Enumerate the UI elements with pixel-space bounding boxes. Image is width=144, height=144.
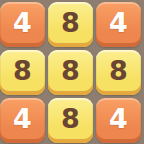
tile-r2c1[interactable]: 8 [48,98,93,143]
tile-value: 8 [61,105,80,132]
game-board[interactable]: 4 8 4 8 8 8 4 8 4 [0,0,144,144]
tile-value: 8 [13,57,32,84]
tile-r2c2[interactable]: 4 [96,98,141,143]
tile-value: 8 [109,57,128,84]
tile-value: 4 [109,105,128,132]
tile-value: 4 [13,105,32,132]
tile-r2c0[interactable]: 4 [0,98,45,143]
tile-value: 4 [109,9,128,36]
tile-value: 4 [13,9,32,36]
tile-value: 8 [61,9,80,36]
tile-r0c0[interactable]: 4 [0,2,45,47]
tile-r1c2[interactable]: 8 [96,50,141,95]
tile-r1c0[interactable]: 8 [0,50,45,95]
tile-value: 8 [61,57,80,84]
tile-r1c1[interactable]: 8 [48,50,93,95]
tile-r0c2[interactable]: 4 [96,2,141,47]
tile-r0c1[interactable]: 8 [48,2,93,47]
